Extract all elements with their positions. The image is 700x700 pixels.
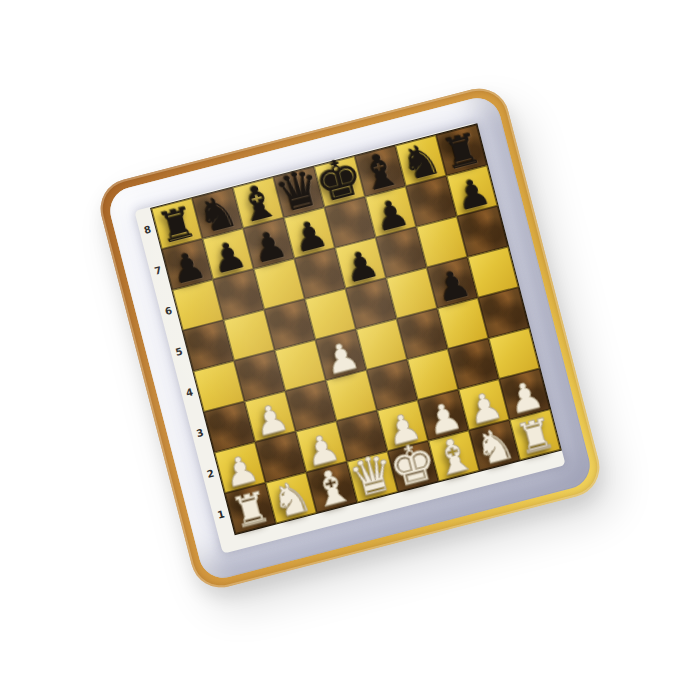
photo-scene: 87654321 ♜♞♝♛♚♝♞♜♟♟♟♟♟♟♟♟♟♟♟♟♟♟♟♟♜♞♝♛♚♝♞… <box>0 0 700 700</box>
chess-tin: 87654321 ♜♞♝♛♚♝♞♜♟♟♟♟♟♟♟♟♟♟♟♟♟♟♟♟♜♞♝♛♚♝♞… <box>94 82 606 594</box>
tin-inner-wall: 87654321 ♜♞♝♛♚♝♞♜♟♟♟♟♟♟♟♟♟♟♟♟♟♟♟♟♜♞♝♛♚♝♞… <box>105 93 595 583</box>
board-sheet: 87654321 ♜♞♝♛♚♝♞♜♟♟♟♟♟♟♟♟♟♟♟♟♟♟♟♟♜♞♝♛♚♝♞… <box>134 122 565 553</box>
